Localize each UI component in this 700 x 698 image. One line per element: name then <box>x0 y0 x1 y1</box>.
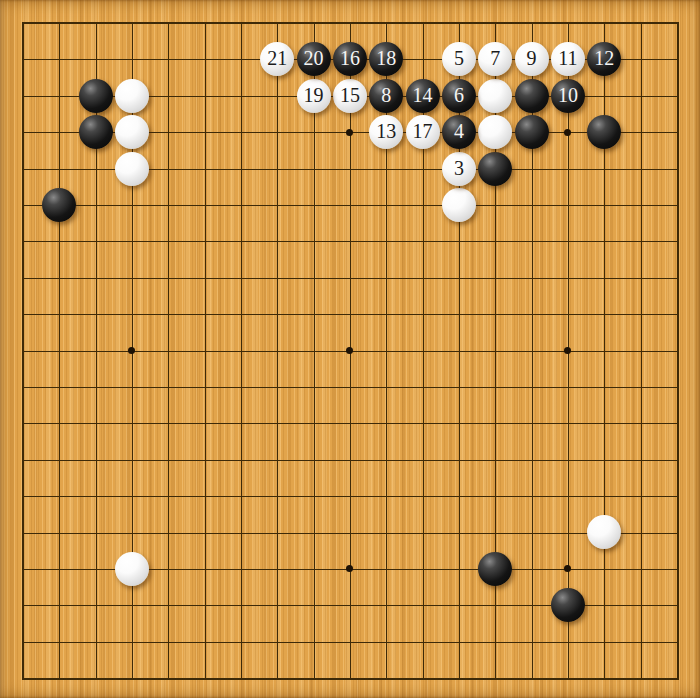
stone-black <box>515 79 549 113</box>
stone-white-move-9: 9 <box>515 42 549 76</box>
stone-white <box>115 115 149 149</box>
move-number: 18 <box>376 48 396 68</box>
stone-white-move-7: 7 <box>478 42 512 76</box>
star-point <box>128 347 135 354</box>
stone-white <box>478 115 512 149</box>
stone-white-move-19: 19 <box>297 79 331 113</box>
move-number: 16 <box>340 48 360 68</box>
move-number: 13 <box>376 121 396 141</box>
stone-white <box>478 79 512 113</box>
move-number: 21 <box>267 48 287 68</box>
stone-white <box>115 152 149 186</box>
move-number: 20 <box>304 48 324 68</box>
move-number: 10 <box>558 85 578 105</box>
star-point <box>346 129 353 136</box>
move-number: 8 <box>381 85 391 105</box>
stone-white-move-21: 21 <box>260 42 294 76</box>
stone-black-move-20: 20 <box>297 42 331 76</box>
stone-black-move-12: 12 <box>587 42 621 76</box>
board-intersections-grid[interactable]: 3456789101112131415161718192021 <box>5 5 695 696</box>
stone-black <box>79 79 113 113</box>
stone-black <box>42 188 76 222</box>
stone-white <box>442 188 476 222</box>
stone-black-move-10: 10 <box>551 79 585 113</box>
stone-black <box>515 115 549 149</box>
star-point <box>564 347 571 354</box>
star-point <box>346 565 353 572</box>
go-board[interactable]: 3456789101112131415161718192021 <box>0 0 700 698</box>
move-number: 6 <box>454 85 464 105</box>
stone-black-move-16: 16 <box>333 42 367 76</box>
stone-black <box>551 588 585 622</box>
star-point <box>564 129 571 136</box>
stone-white-move-15: 15 <box>333 79 367 113</box>
stone-black-move-14: 14 <box>406 79 440 113</box>
star-point <box>346 347 353 354</box>
stone-white <box>115 552 149 586</box>
move-number: 17 <box>413 121 433 141</box>
move-number: 12 <box>594 48 614 68</box>
move-number: 7 <box>490 48 500 68</box>
stone-black-move-4: 4 <box>442 115 476 149</box>
move-number: 15 <box>340 85 360 105</box>
move-number: 9 <box>527 48 537 68</box>
star-point <box>564 565 571 572</box>
stone-white-move-13: 13 <box>369 115 403 149</box>
stone-white-move-11: 11 <box>551 42 585 76</box>
move-number: 3 <box>454 158 464 178</box>
stone-black-move-8: 8 <box>369 79 403 113</box>
stone-black <box>587 115 621 149</box>
stone-black <box>79 115 113 149</box>
move-number: 4 <box>454 121 464 141</box>
stone-black <box>478 152 512 186</box>
move-number: 14 <box>413 85 433 105</box>
stone-black-move-6: 6 <box>442 79 476 113</box>
stone-black <box>478 552 512 586</box>
move-number: 5 <box>454 48 464 68</box>
stone-white <box>587 515 621 549</box>
stone-white <box>115 79 149 113</box>
move-number: 19 <box>304 85 324 105</box>
stone-white-move-3: 3 <box>442 152 476 186</box>
stone-black-move-18: 18 <box>369 42 403 76</box>
move-number: 11 <box>558 48 577 68</box>
stone-white-move-5: 5 <box>442 42 476 76</box>
stone-white-move-17: 17 <box>406 115 440 149</box>
